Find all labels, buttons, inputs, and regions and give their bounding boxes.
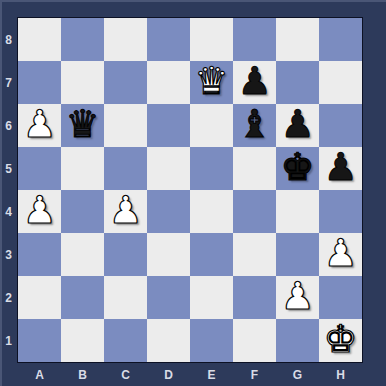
rank-label: 2 xyxy=(0,276,17,319)
square-e7[interactable]: ♛ xyxy=(190,61,233,104)
piece-white-pawn[interactable]: ♟ xyxy=(22,103,56,146)
rank-label: 3 xyxy=(0,233,17,276)
piece-black-king[interactable]: ♚ xyxy=(280,146,314,189)
square-h2[interactable] xyxy=(319,276,362,319)
file-label: E xyxy=(190,363,233,386)
square-b7[interactable] xyxy=(61,61,104,104)
square-f3[interactable] xyxy=(233,233,276,276)
square-c8[interactable] xyxy=(104,18,147,61)
piece-black-pawn[interactable]: ♟ xyxy=(280,103,314,146)
square-b5[interactable] xyxy=(61,147,104,190)
square-d4[interactable] xyxy=(147,190,190,233)
square-e5[interactable] xyxy=(190,147,233,190)
square-f1[interactable] xyxy=(233,319,276,362)
rank-label: 5 xyxy=(0,147,17,190)
square-d1[interactable] xyxy=(147,319,190,362)
file-label: D xyxy=(147,363,190,386)
square-f5[interactable] xyxy=(233,147,276,190)
rank-label: 7 xyxy=(0,61,17,104)
square-f7[interactable]: ♟ xyxy=(233,61,276,104)
square-b8[interactable] xyxy=(61,18,104,61)
square-g8[interactable] xyxy=(276,18,319,61)
piece-white-pawn[interactable]: ♟ xyxy=(108,189,142,232)
square-f8[interactable] xyxy=(233,18,276,61)
square-b3[interactable] xyxy=(61,233,104,276)
square-d3[interactable] xyxy=(147,233,190,276)
square-c2[interactable] xyxy=(104,276,147,319)
file-label: F xyxy=(233,363,276,386)
rank-label: 6 xyxy=(0,104,17,147)
square-g3[interactable] xyxy=(276,233,319,276)
square-c4[interactable]: ♟ xyxy=(104,190,147,233)
square-g7[interactable] xyxy=(276,61,319,104)
piece-black-pawn[interactable]: ♟ xyxy=(237,60,271,103)
square-a4[interactable]: ♟ xyxy=(18,190,61,233)
rank-labels: 87654321 xyxy=(0,18,17,362)
rank-label: 1 xyxy=(0,319,17,362)
square-g5[interactable]: ♚ xyxy=(276,147,319,190)
rank-label: 4 xyxy=(0,190,17,233)
square-f6[interactable]: ♝ xyxy=(233,104,276,147)
chess-board[interactable]: ♛♟♟♛♝♟♚♟♟♟♟♟♚ xyxy=(17,17,363,363)
square-h1[interactable]: ♚ xyxy=(319,319,362,362)
piece-white-pawn[interactable]: ♟ xyxy=(323,232,357,275)
square-d6[interactable] xyxy=(147,104,190,147)
square-d7[interactable] xyxy=(147,61,190,104)
square-h5[interactable]: ♟ xyxy=(319,147,362,190)
square-a6[interactable]: ♟ xyxy=(18,104,61,147)
square-c3[interactable] xyxy=(104,233,147,276)
square-a1[interactable] xyxy=(18,319,61,362)
square-f2[interactable] xyxy=(233,276,276,319)
rank-label: 8 xyxy=(0,18,17,61)
square-d2[interactable] xyxy=(147,276,190,319)
square-c5[interactable] xyxy=(104,147,147,190)
square-g4[interactable] xyxy=(276,190,319,233)
file-label: C xyxy=(104,363,147,386)
square-e3[interactable] xyxy=(190,233,233,276)
square-d8[interactable] xyxy=(147,18,190,61)
square-b6[interactable]: ♛ xyxy=(61,104,104,147)
square-c7[interactable] xyxy=(104,61,147,104)
square-g2[interactable]: ♟ xyxy=(276,276,319,319)
chess-diagram: 87654321 ♛♟♟♛♝♟♚♟♟♟♟♟♚ ABCDEFGH xyxy=(0,0,386,386)
file-label: G xyxy=(276,363,319,386)
piece-black-bishop[interactable]: ♝ xyxy=(237,103,271,146)
square-b2[interactable] xyxy=(61,276,104,319)
square-c1[interactable] xyxy=(104,319,147,362)
square-a7[interactable] xyxy=(18,61,61,104)
square-h8[interactable] xyxy=(319,18,362,61)
piece-white-pawn[interactable]: ♟ xyxy=(280,275,314,318)
square-e4[interactable] xyxy=(190,190,233,233)
square-e2[interactable] xyxy=(190,276,233,319)
file-label: H xyxy=(319,363,362,386)
file-label: B xyxy=(61,363,104,386)
square-f4[interactable] xyxy=(233,190,276,233)
square-a8[interactable] xyxy=(18,18,61,61)
square-g6[interactable]: ♟ xyxy=(276,104,319,147)
square-h3[interactable]: ♟ xyxy=(319,233,362,276)
piece-black-queen[interactable]: ♛ xyxy=(65,103,99,146)
square-b4[interactable] xyxy=(61,190,104,233)
square-b1[interactable] xyxy=(61,319,104,362)
file-labels: ABCDEFGH xyxy=(18,363,362,386)
piece-white-king[interactable]: ♚ xyxy=(323,318,357,361)
file-label: A xyxy=(18,363,61,386)
square-g1[interactable] xyxy=(276,319,319,362)
piece-white-queen[interactable]: ♛ xyxy=(194,60,228,103)
piece-white-pawn[interactable]: ♟ xyxy=(22,189,56,232)
square-a3[interactable] xyxy=(18,233,61,276)
square-a5[interactable] xyxy=(18,147,61,190)
square-h4[interactable] xyxy=(319,190,362,233)
square-h7[interactable] xyxy=(319,61,362,104)
square-e6[interactable] xyxy=(190,104,233,147)
piece-black-pawn[interactable]: ♟ xyxy=(323,146,357,189)
square-c6[interactable] xyxy=(104,104,147,147)
square-d5[interactable] xyxy=(147,147,190,190)
square-e8[interactable] xyxy=(190,18,233,61)
square-a2[interactable] xyxy=(18,276,61,319)
square-e1[interactable] xyxy=(190,319,233,362)
square-h6[interactable] xyxy=(319,104,362,147)
